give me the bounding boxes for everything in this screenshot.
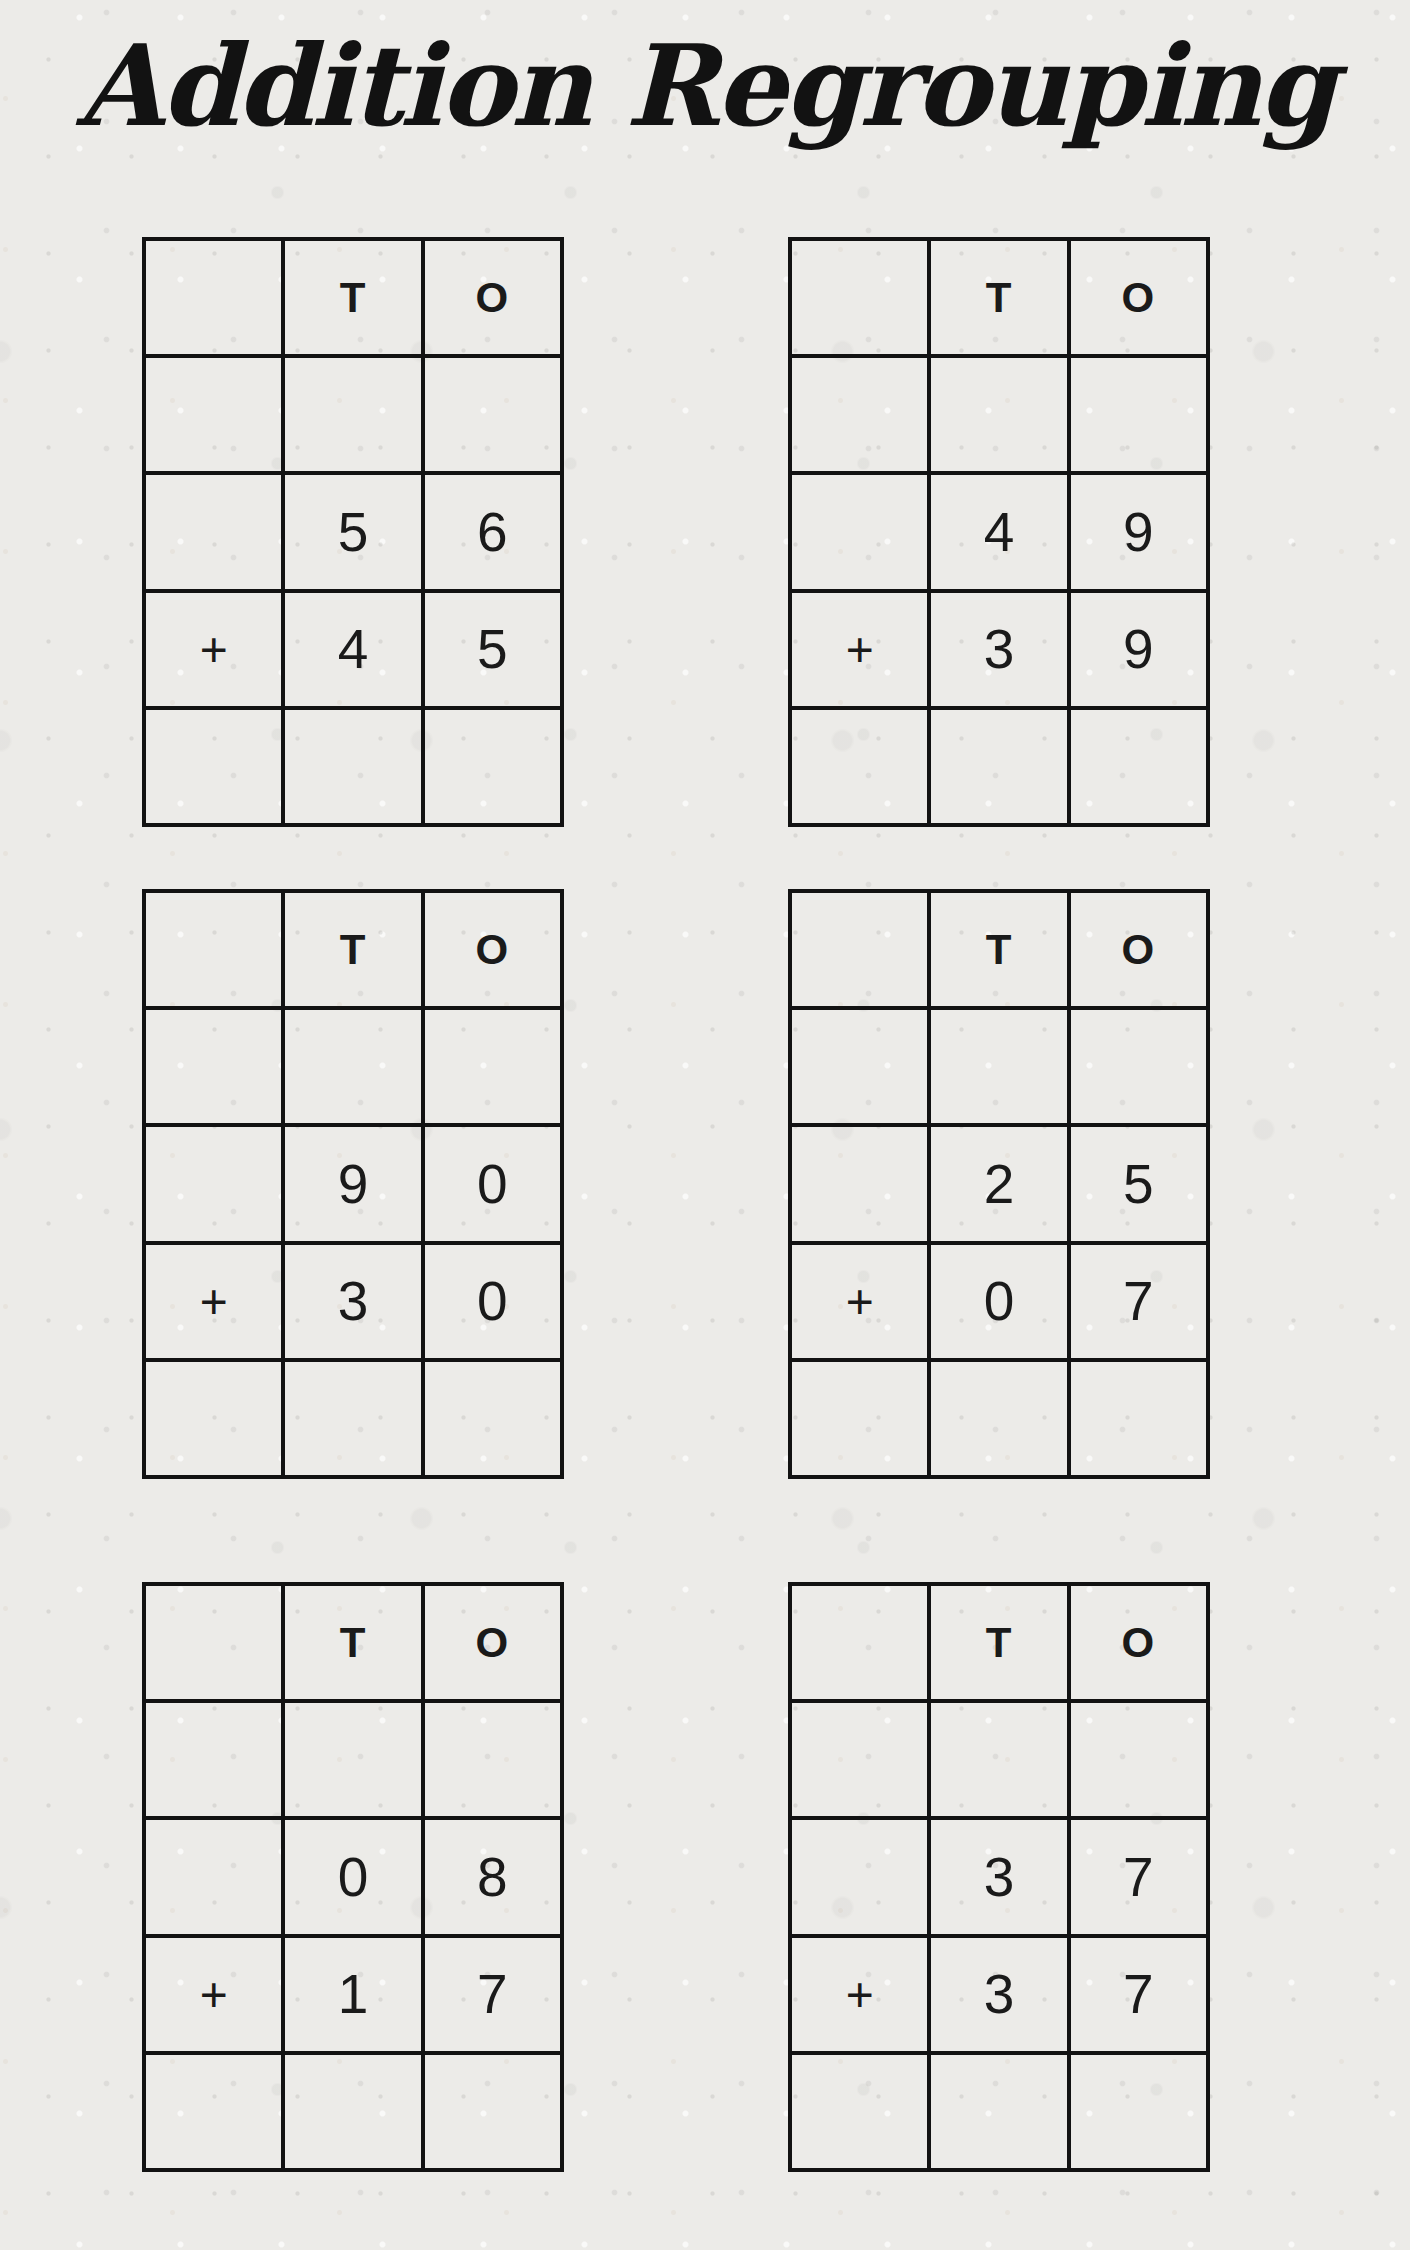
- top-addend-ones: 7: [1069, 1818, 1208, 1935]
- header-ones: O: [423, 1584, 562, 1701]
- top-addend-tens: 4: [929, 473, 1068, 590]
- carry-cell[interactable]: [283, 1008, 422, 1125]
- header-tens: T: [283, 239, 422, 356]
- top-addend-tens: 5: [283, 473, 422, 590]
- blank-cell: [790, 1818, 929, 1935]
- carry-cell[interactable]: [929, 1701, 1068, 1818]
- bottom-addend-tens: 3: [283, 1243, 422, 1360]
- top-addend-ones: 9: [1069, 473, 1208, 590]
- problem-grid-4: TO25+07: [788, 889, 1210, 1479]
- bottom-addend-tens: 4: [283, 591, 422, 708]
- problem-grid-6: TO37+37: [788, 1582, 1210, 2172]
- plus-operator: +: [144, 591, 283, 708]
- answer-cell[interactable]: [929, 2053, 1068, 2170]
- plus-operator: +: [144, 1243, 283, 1360]
- answer-cell[interactable]: [283, 708, 422, 825]
- answer-cell[interactable]: [144, 2053, 283, 2170]
- carry-cell[interactable]: [790, 1701, 929, 1818]
- carry-cell[interactable]: [790, 356, 929, 473]
- answer-cell[interactable]: [283, 1360, 422, 1477]
- top-addend-tens: 0: [283, 1818, 422, 1935]
- blank-cell: [790, 473, 929, 590]
- answer-cell[interactable]: [790, 708, 929, 825]
- bottom-addend-ones: 7: [423, 1936, 562, 2053]
- bottom-addend-ones: 5: [423, 591, 562, 708]
- bottom-addend-ones: 9: [1069, 591, 1208, 708]
- carry-cell[interactable]: [144, 356, 283, 473]
- header-ones: O: [1069, 891, 1208, 1008]
- corner-cell: [790, 1584, 929, 1701]
- carry-cell[interactable]: [423, 1008, 562, 1125]
- header-tens: T: [283, 891, 422, 1008]
- plus-operator: +: [144, 1936, 283, 2053]
- worksheet-page: Addition Regrouping TO56+45 TO49+39 TO90…: [0, 0, 1410, 2250]
- header-tens: T: [283, 1584, 422, 1701]
- carry-cell[interactable]: [283, 1701, 422, 1818]
- carry-cell[interactable]: [423, 1701, 562, 1818]
- plus-operator: +: [790, 1936, 929, 2053]
- carry-cell[interactable]: [283, 356, 422, 473]
- answer-cell[interactable]: [423, 2053, 562, 2170]
- header-ones: O: [1069, 239, 1208, 356]
- problem-grid-5: TO08+17: [142, 1582, 564, 2172]
- answer-cell[interactable]: [1069, 708, 1208, 825]
- blank-cell: [790, 1125, 929, 1242]
- top-addend-ones: 0: [423, 1125, 562, 1242]
- bottom-addend-ones: 7: [1069, 1243, 1208, 1360]
- bottom-addend-tens: 1: [283, 1936, 422, 2053]
- bottom-addend-tens: 3: [929, 591, 1068, 708]
- answer-cell[interactable]: [144, 1360, 283, 1477]
- bottom-addend-ones: 0: [423, 1243, 562, 1360]
- carry-cell[interactable]: [423, 356, 562, 473]
- top-addend-tens: 9: [283, 1125, 422, 1242]
- carry-cell[interactable]: [144, 1008, 283, 1125]
- top-addend-ones: 8: [423, 1818, 562, 1935]
- plus-operator: +: [790, 1243, 929, 1360]
- answer-cell[interactable]: [1069, 1360, 1208, 1477]
- carry-cell[interactable]: [1069, 356, 1208, 473]
- page-title: Addition Regrouping: [0, 22, 1410, 151]
- carry-cell[interactable]: [929, 1008, 1068, 1125]
- blank-cell: [144, 1125, 283, 1242]
- corner-cell: [790, 891, 929, 1008]
- answer-cell[interactable]: [283, 2053, 422, 2170]
- carry-cell[interactable]: [1069, 1008, 1208, 1125]
- top-addend-ones: 6: [423, 473, 562, 590]
- carry-cell[interactable]: [144, 1701, 283, 1818]
- carry-cell[interactable]: [790, 1008, 929, 1125]
- carry-cell[interactable]: [1069, 1701, 1208, 1818]
- bottom-addend-ones: 7: [1069, 1936, 1208, 2053]
- corner-cell: [144, 239, 283, 356]
- header-ones: O: [423, 239, 562, 356]
- problem-grid-2: TO49+39: [788, 237, 1210, 827]
- answer-cell[interactable]: [423, 1360, 562, 1477]
- corner-cell: [790, 239, 929, 356]
- top-addend-tens: 2: [929, 1125, 1068, 1242]
- answer-cell[interactable]: [929, 1360, 1068, 1477]
- header-tens: T: [929, 891, 1068, 1008]
- bottom-addend-tens: 0: [929, 1243, 1068, 1360]
- top-addend-ones: 5: [1069, 1125, 1208, 1242]
- header-ones: O: [1069, 1584, 1208, 1701]
- answer-cell[interactable]: [790, 1360, 929, 1477]
- answer-cell[interactable]: [929, 708, 1068, 825]
- problem-grid-3: TO90+30: [142, 889, 564, 1479]
- header-tens: T: [929, 239, 1068, 356]
- top-addend-tens: 3: [929, 1818, 1068, 1935]
- blank-cell: [144, 473, 283, 590]
- blank-cell: [144, 1818, 283, 1935]
- answer-cell[interactable]: [790, 2053, 929, 2170]
- corner-cell: [144, 891, 283, 1008]
- carry-cell[interactable]: [929, 356, 1068, 473]
- header-tens: T: [929, 1584, 1068, 1701]
- answer-cell[interactable]: [423, 708, 562, 825]
- plus-operator: +: [790, 591, 929, 708]
- header-ones: O: [423, 891, 562, 1008]
- bottom-addend-tens: 3: [929, 1936, 1068, 2053]
- answer-cell[interactable]: [1069, 2053, 1208, 2170]
- answer-cell[interactable]: [144, 708, 283, 825]
- corner-cell: [144, 1584, 283, 1701]
- problem-grid-1: TO56+45: [142, 237, 564, 827]
